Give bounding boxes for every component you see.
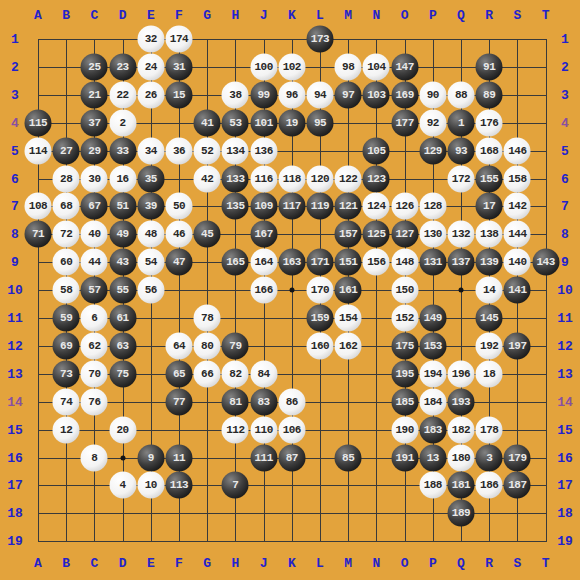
col-label-S: S xyxy=(513,8,521,23)
stone-A8[interactable]: 71 xyxy=(25,221,52,248)
stone-C12[interactable]: 62 xyxy=(81,332,108,359)
stone-C5[interactable]: 29 xyxy=(81,137,108,164)
stone-O11[interactable]: 152 xyxy=(391,305,418,332)
stone-P13[interactable]: 194 xyxy=(419,360,446,387)
stone-E16[interactable]: 9 xyxy=(137,444,164,471)
stone-L10[interactable]: 170 xyxy=(307,277,334,304)
stone-S7[interactable]: 142 xyxy=(504,193,531,220)
stone-L1[interactable]: 173 xyxy=(307,26,334,53)
move-number: 132 xyxy=(452,229,470,240)
stone-B9[interactable]: 60 xyxy=(53,249,80,276)
col-label-C: C xyxy=(90,8,98,23)
stone-O12[interactable]: 175 xyxy=(391,332,418,359)
stone-N8[interactable]: 125 xyxy=(363,221,390,248)
stone-M7[interactable]: 121 xyxy=(335,193,362,220)
col-label-T: T xyxy=(542,556,550,571)
stone-D13[interactable]: 75 xyxy=(109,360,136,387)
stone-H17[interactable]: 7 xyxy=(222,472,249,499)
stone-C13[interactable]: 70 xyxy=(81,360,108,387)
move-number: 86 xyxy=(286,396,298,407)
col-label-L: L xyxy=(316,8,324,23)
stone-C2[interactable]: 25 xyxy=(81,53,108,80)
stone-P9[interactable]: 131 xyxy=(419,249,446,276)
stone-F17[interactable]: 113 xyxy=(166,472,193,499)
row-label-14: 14 xyxy=(7,394,23,409)
move-number: 193 xyxy=(452,396,470,407)
stone-B6[interactable]: 28 xyxy=(53,165,80,192)
stone-G4[interactable]: 41 xyxy=(194,109,221,136)
stone-G8[interactable]: 45 xyxy=(194,221,221,248)
stone-C4[interactable]: 37 xyxy=(81,109,108,136)
move-number: 3 xyxy=(486,452,492,463)
stone-Q6[interactable]: 172 xyxy=(448,165,475,192)
stone-K15[interactable]: 106 xyxy=(278,416,305,443)
stone-P14[interactable]: 184 xyxy=(419,388,446,415)
stone-P17[interactable]: 188 xyxy=(419,472,446,499)
stone-Q8[interactable]: 132 xyxy=(448,221,475,248)
stone-K3[interactable]: 96 xyxy=(278,81,305,108)
stone-O14[interactable]: 185 xyxy=(391,388,418,415)
stone-S12[interactable]: 197 xyxy=(504,332,531,359)
move-number: 40 xyxy=(88,229,100,240)
stone-J7[interactable]: 109 xyxy=(250,193,277,220)
stone-O15[interactable]: 190 xyxy=(391,416,418,443)
row-label-10: 10 xyxy=(7,283,23,298)
stone-R17[interactable]: 186 xyxy=(476,472,503,499)
col-label-T: T xyxy=(542,8,550,23)
move-number: 24 xyxy=(145,61,157,72)
stone-R10[interactable]: 14 xyxy=(476,277,503,304)
stone-S10[interactable]: 141 xyxy=(504,277,531,304)
move-number: 61 xyxy=(116,313,128,324)
stone-F2[interactable]: 31 xyxy=(166,53,193,80)
stone-P12[interactable]: 153 xyxy=(419,332,446,359)
grid-hline-19 xyxy=(38,541,547,542)
stone-F13[interactable]: 65 xyxy=(166,360,193,387)
stone-P7[interactable]: 128 xyxy=(419,193,446,220)
move-number: 102 xyxy=(283,61,301,72)
stone-O4[interactable]: 177 xyxy=(391,109,418,136)
move-number: 26 xyxy=(145,89,157,100)
stone-E2[interactable]: 24 xyxy=(137,53,164,80)
stone-C3[interactable]: 21 xyxy=(81,81,108,108)
move-number: 77 xyxy=(173,396,185,407)
move-number: 46 xyxy=(173,229,185,240)
stone-J4[interactable]: 101 xyxy=(250,109,277,136)
stone-J13[interactable]: 84 xyxy=(250,360,277,387)
move-number: 85 xyxy=(342,452,354,463)
stone-M6[interactable]: 122 xyxy=(335,165,362,192)
stone-B11[interactable]: 59 xyxy=(53,305,80,332)
stone-G11[interactable]: 78 xyxy=(194,305,221,332)
move-number: 1 xyxy=(458,117,464,128)
row-label-18: 18 xyxy=(7,506,23,521)
stone-E3[interactable]: 26 xyxy=(137,81,164,108)
col-label-L: L xyxy=(316,556,324,571)
stone-F9[interactable]: 47 xyxy=(166,249,193,276)
move-number: 43 xyxy=(116,257,128,268)
move-number: 186 xyxy=(480,480,498,491)
move-number: 171 xyxy=(311,257,329,268)
move-number: 187 xyxy=(508,480,526,491)
move-number: 194 xyxy=(424,368,442,379)
stone-S16[interactable]: 179 xyxy=(504,444,531,471)
stone-S17[interactable]: 187 xyxy=(504,472,531,499)
move-number: 124 xyxy=(367,201,385,212)
move-number: 120 xyxy=(311,173,329,184)
stone-Q18[interactable]: 189 xyxy=(448,500,475,527)
stone-F3[interactable]: 15 xyxy=(166,81,193,108)
move-number: 41 xyxy=(201,117,213,128)
col-label-A: A xyxy=(34,556,42,571)
stone-N5[interactable]: 105 xyxy=(363,137,390,164)
stone-L6[interactable]: 120 xyxy=(307,165,334,192)
stone-R13[interactable]: 18 xyxy=(476,360,503,387)
move-number: 178 xyxy=(480,424,498,435)
stone-T9[interactable]: 143 xyxy=(532,249,559,276)
row-label-6: 6 xyxy=(11,171,19,186)
go-board[interactable]: ABCDEFGHJKLMNOPQRST ABCDEFGHJKLMNOPQRST … xyxy=(0,0,580,580)
stone-O10[interactable]: 150 xyxy=(391,277,418,304)
move-number: 143 xyxy=(536,257,554,268)
col-label-D: D xyxy=(119,556,127,571)
move-number: 160 xyxy=(311,340,329,351)
stone-G6[interactable]: 42 xyxy=(194,165,221,192)
stone-H12[interactable]: 79 xyxy=(222,332,249,359)
stone-D11[interactable]: 61 xyxy=(109,305,136,332)
stone-J14[interactable]: 83 xyxy=(250,388,277,415)
move-number: 67 xyxy=(88,201,100,212)
move-number: 33 xyxy=(116,145,128,156)
move-number: 108 xyxy=(29,201,47,212)
row-label-15: 15 xyxy=(557,422,573,437)
stone-S9[interactable]: 140 xyxy=(504,249,531,276)
stone-Q9[interactable]: 137 xyxy=(448,249,475,276)
row-label-17: 17 xyxy=(7,478,23,493)
stone-H3[interactable]: 38 xyxy=(222,81,249,108)
stone-B15[interactable]: 12 xyxy=(53,416,80,443)
stone-B13[interactable]: 73 xyxy=(53,360,80,387)
stone-S5[interactable]: 146 xyxy=(504,137,531,164)
stone-Q15[interactable]: 182 xyxy=(448,416,475,443)
stone-M9[interactable]: 151 xyxy=(335,249,362,276)
stone-D2[interactable]: 23 xyxy=(109,53,136,80)
stone-J9[interactable]: 164 xyxy=(250,249,277,276)
stone-R6[interactable]: 155 xyxy=(476,165,503,192)
move-number: 20 xyxy=(116,424,128,435)
stone-Q13[interactable]: 196 xyxy=(448,360,475,387)
stone-E10[interactable]: 56 xyxy=(137,277,164,304)
row-label-15: 15 xyxy=(7,422,23,437)
stone-D6[interactable]: 16 xyxy=(109,165,136,192)
stone-P5[interactable]: 129 xyxy=(419,137,446,164)
stone-D17[interactable]: 4 xyxy=(109,472,136,499)
stone-O2[interactable]: 147 xyxy=(391,53,418,80)
stone-E9[interactable]: 54 xyxy=(137,249,164,276)
stone-O13[interactable]: 195 xyxy=(391,360,418,387)
stone-B12[interactable]: 69 xyxy=(53,332,80,359)
stone-K4[interactable]: 19 xyxy=(278,109,305,136)
stone-H9[interactable]: 165 xyxy=(222,249,249,276)
stone-F14[interactable]: 77 xyxy=(166,388,193,415)
stone-K2[interactable]: 102 xyxy=(278,53,305,80)
stone-D10[interactable]: 55 xyxy=(109,277,136,304)
stone-G5[interactable]: 52 xyxy=(194,137,221,164)
stone-E8[interactable]: 48 xyxy=(137,221,164,248)
stone-E7[interactable]: 39 xyxy=(137,193,164,220)
move-number: 28 xyxy=(60,173,72,184)
move-number: 89 xyxy=(483,89,495,100)
stone-R5[interactable]: 168 xyxy=(476,137,503,164)
stone-J8[interactable]: 167 xyxy=(250,221,277,248)
move-number: 156 xyxy=(367,257,385,268)
move-number: 69 xyxy=(60,340,72,351)
stone-Q16[interactable]: 180 xyxy=(448,444,475,471)
move-number: 155 xyxy=(480,173,498,184)
move-number: 158 xyxy=(508,173,526,184)
stone-H14[interactable]: 81 xyxy=(222,388,249,415)
move-number: 151 xyxy=(339,257,357,268)
stone-L9[interactable]: 171 xyxy=(307,249,334,276)
move-number: 101 xyxy=(254,117,272,128)
grid-vline-T xyxy=(546,39,547,541)
col-label-J: J xyxy=(260,556,268,571)
move-number: 37 xyxy=(88,117,100,128)
move-number: 84 xyxy=(257,368,269,379)
stone-A5[interactable]: 114 xyxy=(25,137,52,164)
stone-D4[interactable]: 2 xyxy=(109,109,136,136)
stone-N6[interactable]: 123 xyxy=(363,165,390,192)
col-label-N: N xyxy=(372,8,380,23)
stone-C16[interactable]: 8 xyxy=(81,444,108,471)
stone-E5[interactable]: 34 xyxy=(137,137,164,164)
stone-N9[interactable]: 156 xyxy=(363,249,390,276)
move-number: 154 xyxy=(339,313,357,324)
move-number: 106 xyxy=(283,424,301,435)
stone-B10[interactable]: 58 xyxy=(53,277,80,304)
move-number: 169 xyxy=(395,89,413,100)
move-number: 128 xyxy=(424,201,442,212)
move-number: 104 xyxy=(367,61,385,72)
move-number: 97 xyxy=(342,89,354,100)
stone-P11[interactable]: 149 xyxy=(419,305,446,332)
stone-K14[interactable]: 86 xyxy=(278,388,305,415)
stone-Q4[interactable]: 1 xyxy=(448,109,475,136)
col-label-H: H xyxy=(231,556,239,571)
stone-R9[interactable]: 139 xyxy=(476,249,503,276)
move-number: 153 xyxy=(424,340,442,351)
move-number: 109 xyxy=(254,201,272,212)
stone-K16[interactable]: 87 xyxy=(278,444,305,471)
stone-E1[interactable]: 32 xyxy=(137,26,164,53)
move-number: 184 xyxy=(424,396,442,407)
stone-C10[interactable]: 57 xyxy=(81,277,108,304)
stone-P16[interactable]: 13 xyxy=(419,444,446,471)
move-number: 92 xyxy=(427,117,439,128)
stone-R12[interactable]: 192 xyxy=(476,332,503,359)
move-number: 138 xyxy=(480,229,498,240)
stone-R11[interactable]: 145 xyxy=(476,305,503,332)
col-label-M: M xyxy=(344,8,352,23)
stone-J10[interactable]: 166 xyxy=(250,277,277,304)
stone-N3[interactable]: 103 xyxy=(363,81,390,108)
stone-C9[interactable]: 44 xyxy=(81,249,108,276)
move-number: 31 xyxy=(173,61,185,72)
move-number: 47 xyxy=(173,257,185,268)
stone-J6[interactable]: 116 xyxy=(250,165,277,192)
stone-B7[interactable]: 68 xyxy=(53,193,80,220)
move-number: 191 xyxy=(395,452,413,463)
stone-M11[interactable]: 154 xyxy=(335,305,362,332)
stone-B8[interactable]: 72 xyxy=(53,221,80,248)
stone-O9[interactable]: 148 xyxy=(391,249,418,276)
stone-H13[interactable]: 82 xyxy=(222,360,249,387)
stone-O3[interactable]: 169 xyxy=(391,81,418,108)
stone-K7[interactable]: 117 xyxy=(278,193,305,220)
stone-G12[interactable]: 80 xyxy=(194,332,221,359)
stone-D15[interactable]: 20 xyxy=(109,416,136,443)
stone-P4[interactable]: 92 xyxy=(419,109,446,136)
stone-H5[interactable]: 134 xyxy=(222,137,249,164)
stone-M3[interactable]: 97 xyxy=(335,81,362,108)
stone-R8[interactable]: 138 xyxy=(476,221,503,248)
stone-C11[interactable]: 6 xyxy=(81,305,108,332)
stone-J16[interactable]: 111 xyxy=(250,444,277,471)
stone-S8[interactable]: 144 xyxy=(504,221,531,248)
move-number: 174 xyxy=(170,34,188,45)
move-number: 190 xyxy=(395,424,413,435)
stone-K6[interactable]: 118 xyxy=(278,165,305,192)
move-number: 176 xyxy=(480,117,498,128)
move-number: 54 xyxy=(145,257,157,268)
stone-M8[interactable]: 157 xyxy=(335,221,362,248)
stone-B5[interactable]: 27 xyxy=(53,137,80,164)
move-number: 16 xyxy=(116,173,128,184)
move-number: 170 xyxy=(311,285,329,296)
move-number: 13 xyxy=(427,452,439,463)
stone-M2[interactable]: 98 xyxy=(335,53,362,80)
row-label-5: 5 xyxy=(561,143,569,158)
stone-J2[interactable]: 100 xyxy=(250,53,277,80)
stone-N7[interactable]: 124 xyxy=(363,193,390,220)
stone-F12[interactable]: 64 xyxy=(166,332,193,359)
stone-P8[interactable]: 130 xyxy=(419,221,446,248)
stone-C8[interactable]: 40 xyxy=(81,221,108,248)
stone-Q5[interactable]: 93 xyxy=(448,137,475,164)
move-number: 168 xyxy=(480,145,498,156)
stone-D9[interactable]: 43 xyxy=(109,249,136,276)
stone-K9[interactable]: 163 xyxy=(278,249,305,276)
stone-C7[interactable]: 67 xyxy=(81,193,108,220)
move-number: 27 xyxy=(60,145,72,156)
stone-E6[interactable]: 35 xyxy=(137,165,164,192)
move-number: 9 xyxy=(148,452,154,463)
row-label-11: 11 xyxy=(7,311,23,326)
stone-A7[interactable]: 108 xyxy=(25,193,52,220)
stone-P3[interactable]: 90 xyxy=(419,81,446,108)
stone-D5[interactable]: 33 xyxy=(109,137,136,164)
stone-D12[interactable]: 63 xyxy=(109,332,136,359)
stone-B14[interactable]: 74 xyxy=(53,388,80,415)
stone-R15[interactable]: 178 xyxy=(476,416,503,443)
move-number: 12 xyxy=(60,424,72,435)
stone-M10[interactable]: 161 xyxy=(335,277,362,304)
row-label-9: 9 xyxy=(561,255,569,270)
stone-J3[interactable]: 99 xyxy=(250,81,277,108)
stone-J5[interactable]: 136 xyxy=(250,137,277,164)
move-number: 180 xyxy=(452,452,470,463)
stone-R3[interactable]: 89 xyxy=(476,81,503,108)
stone-P15[interactable]: 183 xyxy=(419,416,446,443)
stone-C6[interactable]: 30 xyxy=(81,165,108,192)
move-number: 44 xyxy=(88,257,100,268)
stone-F8[interactable]: 46 xyxy=(166,221,193,248)
stone-F5[interactable]: 36 xyxy=(166,137,193,164)
stone-O8[interactable]: 127 xyxy=(391,221,418,248)
stone-A4[interactable]: 115 xyxy=(25,109,52,136)
stone-O7[interactable]: 126 xyxy=(391,193,418,220)
stone-H15[interactable]: 112 xyxy=(222,416,249,443)
move-number: 111 xyxy=(254,452,272,463)
stone-Q17[interactable]: 181 xyxy=(448,472,475,499)
stone-L7[interactable]: 119 xyxy=(307,193,334,220)
stone-D8[interactable]: 49 xyxy=(109,221,136,248)
stone-Q3[interactable]: 88 xyxy=(448,81,475,108)
stone-J15[interactable]: 110 xyxy=(250,416,277,443)
move-number: 4 xyxy=(120,480,126,491)
stone-M12[interactable]: 162 xyxy=(335,332,362,359)
move-number: 135 xyxy=(226,201,244,212)
move-number: 95 xyxy=(314,117,326,128)
stone-L11[interactable]: 159 xyxy=(307,305,334,332)
col-label-K: K xyxy=(288,556,296,571)
stone-O16[interactable]: 191 xyxy=(391,444,418,471)
col-label-F: F xyxy=(175,8,183,23)
stone-F16[interactable]: 11 xyxy=(166,444,193,471)
stone-R4[interactable]: 176 xyxy=(476,109,503,136)
col-label-N: N xyxy=(372,556,380,571)
stone-L4[interactable]: 95 xyxy=(307,109,334,136)
stone-R2[interactable]: 91 xyxy=(476,53,503,80)
stone-F1[interactable]: 174 xyxy=(166,26,193,53)
stone-L3[interactable]: 94 xyxy=(307,81,334,108)
stone-H6[interactable]: 133 xyxy=(222,165,249,192)
move-number: 14 xyxy=(483,285,495,296)
stone-M16[interactable]: 85 xyxy=(335,444,362,471)
move-number: 134 xyxy=(226,145,244,156)
stone-R7[interactable]: 17 xyxy=(476,193,503,220)
move-number: 73 xyxy=(60,368,72,379)
stone-H4[interactable]: 53 xyxy=(222,109,249,136)
stone-N2[interactable]: 104 xyxy=(363,53,390,80)
move-number: 133 xyxy=(226,173,244,184)
stone-D7[interactable]: 51 xyxy=(109,193,136,220)
stone-F7[interactable]: 50 xyxy=(166,193,193,220)
move-number: 64 xyxy=(173,340,185,351)
stone-D3[interactable]: 22 xyxy=(109,81,136,108)
stone-R16[interactable]: 3 xyxy=(476,444,503,471)
stone-L12[interactable]: 160 xyxy=(307,332,334,359)
stone-E17[interactable]: 10 xyxy=(137,472,164,499)
stone-C14[interactable]: 76 xyxy=(81,388,108,415)
stone-Q14[interactable]: 193 xyxy=(448,388,475,415)
move-number: 167 xyxy=(254,229,272,240)
stone-S6[interactable]: 158 xyxy=(504,165,531,192)
move-number: 51 xyxy=(116,201,128,212)
stone-G13[interactable]: 66 xyxy=(194,360,221,387)
stone-H7[interactable]: 135 xyxy=(222,193,249,220)
move-number: 183 xyxy=(424,424,442,435)
